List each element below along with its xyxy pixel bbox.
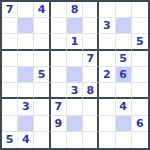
cell-r4c8[interactable]: 5 — [116, 51, 132, 67]
cell-r1c6[interactable] — [83, 2, 99, 18]
cell-r9c4[interactable] — [51, 132, 67, 148]
cell-r7c4[interactable]: 7 — [51, 99, 67, 115]
cell-r8c2[interactable] — [18, 116, 34, 132]
cell-r2c7[interactable]: 3 — [99, 18, 115, 34]
cell-r4c2[interactable] — [18, 51, 34, 67]
cell-r7c5[interactable] — [67, 99, 83, 115]
cell-r3c4[interactable] — [51, 34, 67, 50]
cell-r4c7[interactable] — [99, 51, 115, 67]
cell-r5c7[interactable]: 2 — [99, 67, 115, 83]
cell-r1c4[interactable] — [51, 2, 67, 18]
cell-r2c5[interactable] — [67, 18, 83, 34]
cell-r3c2[interactable] — [18, 34, 34, 50]
cell-r8c8[interactable] — [116, 116, 132, 132]
cell-r4c1[interactable] — [2, 51, 18, 67]
cell-r7c7[interactable] — [99, 99, 115, 115]
cell-r6c9[interactable] — [132, 83, 148, 99]
cell-r9c7[interactable] — [99, 132, 115, 148]
cell-r3c9[interactable]: 5 — [132, 34, 148, 50]
cell-r2c6[interactable] — [83, 18, 99, 34]
cell-r9c8[interactable] — [116, 132, 132, 148]
cell-r9c2[interactable]: 4 — [18, 132, 34, 148]
cell-r6c1[interactable] — [2, 83, 18, 99]
cell-r2c9[interactable] — [132, 18, 148, 34]
cell-r7c9[interactable] — [132, 99, 148, 115]
cell-r2c3[interactable] — [34, 18, 50, 34]
cell-r5c4[interactable] — [51, 67, 67, 83]
cell-r5c5[interactable] — [67, 67, 83, 83]
cell-r3c7[interactable] — [99, 34, 115, 50]
cell-r2c2[interactable] — [18, 18, 34, 34]
cell-r5c3[interactable]: 5 — [34, 67, 50, 83]
cell-r9c1[interactable]: 5 — [2, 132, 18, 148]
cell-r1c3[interactable]: 4 — [34, 2, 50, 18]
cell-r5c1[interactable] — [2, 67, 18, 83]
cell-r3c6[interactable] — [83, 34, 99, 50]
cell-r7c2[interactable]: 3 — [18, 99, 34, 115]
cell-r8c6[interactable] — [83, 116, 99, 132]
cell-r5c9[interactable] — [132, 67, 148, 83]
cell-r1c8[interactable] — [116, 2, 132, 18]
cell-r6c6[interactable]: 8 — [83, 83, 99, 99]
cell-r2c4[interactable] — [51, 18, 67, 34]
cell-r4c3[interactable] — [34, 51, 50, 67]
cell-r9c5[interactable] — [67, 132, 83, 148]
cell-r2c1[interactable] — [2, 18, 18, 34]
cell-r4c9[interactable] — [132, 51, 148, 67]
cell-r6c8[interactable] — [116, 83, 132, 99]
cell-r1c2[interactable] — [18, 2, 34, 18]
cell-r8c5[interactable] — [67, 116, 83, 132]
cell-r8c9[interactable]: 6 — [132, 116, 148, 132]
cell-r6c5[interactable]: 3 — [67, 83, 83, 99]
cell-r8c3[interactable] — [34, 116, 50, 132]
cell-r1c9[interactable] — [132, 2, 148, 18]
cell-r4c4[interactable] — [51, 51, 67, 67]
cell-r3c1[interactable] — [2, 34, 18, 50]
cell-r8c4[interactable]: 9 — [51, 116, 67, 132]
cell-r9c3[interactable] — [34, 132, 50, 148]
cell-r9c6[interactable] — [83, 132, 99, 148]
cell-r6c2[interactable] — [18, 83, 34, 99]
cell-r5c6[interactable] — [83, 67, 99, 83]
cell-r5c2[interactable] — [18, 67, 34, 83]
cell-r9c9[interactable] — [132, 132, 148, 148]
sudoku-board: 74831575526383749654 — [0, 0, 150, 150]
cell-r8c7[interactable] — [99, 116, 115, 132]
cell-r6c7[interactable] — [99, 83, 115, 99]
cell-r7c6[interactable] — [83, 99, 99, 115]
cell-r1c1[interactable]: 7 — [2, 2, 18, 18]
cell-r3c3[interactable] — [34, 34, 50, 50]
cell-r8c1[interactable] — [2, 116, 18, 132]
cell-r1c7[interactable] — [99, 2, 115, 18]
cell-r3c8[interactable] — [116, 34, 132, 50]
cell-r1c5[interactable]: 8 — [67, 2, 83, 18]
cell-r3c5[interactable]: 1 — [67, 34, 83, 50]
cell-r4c6[interactable]: 7 — [83, 51, 99, 67]
cell-r4c5[interactable] — [67, 51, 83, 67]
cell-r2c8[interactable] — [116, 18, 132, 34]
cell-r7c1[interactable] — [2, 99, 18, 115]
cell-r6c3[interactable] — [34, 83, 50, 99]
cell-r7c8[interactable]: 4 — [116, 99, 132, 115]
cell-r5c8[interactable]: 6 — [116, 67, 132, 83]
cell-r7c3[interactable] — [34, 99, 50, 115]
cell-r6c4[interactable] — [51, 83, 67, 99]
